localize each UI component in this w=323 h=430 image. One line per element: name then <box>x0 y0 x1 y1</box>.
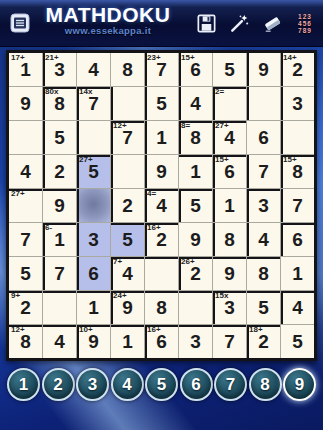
cell-value: 3 <box>190 331 201 353</box>
cell-value: 5 <box>20 263 31 285</box>
cell-8-7[interactable]: 18+2 <box>247 325 280 358</box>
cell-value: 9 <box>156 161 167 183</box>
cell-1-0[interactable]: 9 <box>9 87 42 120</box>
cage-label: 8= <box>181 121 190 130</box>
cell-value: 7 <box>224 331 235 353</box>
cell-6-0[interactable]: 5 <box>9 257 42 290</box>
cell-value: 9 <box>224 263 235 285</box>
cell-value: 4 <box>88 59 99 81</box>
num-button-3[interactable]: 3 <box>76 368 109 401</box>
cell-6-2[interactable]: 6 <box>77 257 110 290</box>
cell-5-4[interactable]: 16+2 <box>145 223 178 256</box>
cell-7-7[interactable]: 5 <box>247 291 280 324</box>
cell-value: 4 <box>258 229 269 251</box>
cell-7-0[interactable]: 9+2 <box>9 291 42 324</box>
cell-4-0[interactable]: 27+ <box>9 189 42 222</box>
cell-2-2[interactable] <box>77 121 110 154</box>
cell-value: 6 <box>292 229 303 251</box>
cell-value: 9 <box>190 229 201 251</box>
cage-label: 10+ <box>79 325 93 334</box>
cell-value: 1 <box>54 229 65 251</box>
cell-8-4[interactable]: 16+6 <box>145 325 178 358</box>
cell-3-1[interactable]: 2 <box>43 155 76 188</box>
cell-6-6[interactable]: 9 <box>213 257 246 290</box>
cell-8-0[interactable]: 12+8 <box>9 325 42 358</box>
num-button-5[interactable]: 5 <box>145 368 178 401</box>
cell-value: 1 <box>292 263 303 285</box>
cage-label: 9+ <box>11 291 20 300</box>
cage-label: 15+ <box>283 155 297 164</box>
cell-2-8[interactable] <box>281 121 314 154</box>
cell-6-4[interactable] <box>145 257 178 290</box>
cell-3-7[interactable]: 7 <box>247 155 280 188</box>
eraser-icon-glyph <box>261 12 284 35</box>
cage-label: 15x <box>215 291 228 300</box>
cell-value: 7 <box>258 161 269 183</box>
cell-3-8[interactable]: 15+8 <box>281 155 314 188</box>
cell-value: 8 <box>122 59 133 81</box>
cell-8-6[interactable]: 7 <box>213 325 246 358</box>
cell-value: 2 <box>54 161 65 183</box>
cell-4-2[interactable] <box>77 189 110 222</box>
app-window: MATHDOKU www.essekappa.it <box>0 0 323 430</box>
num-button-4[interactable]: 4 <box>111 368 144 401</box>
cell-1-2[interactable]: 14x7 <box>77 87 110 120</box>
save-icon[interactable] <box>193 10 219 36</box>
cell-value: 8 <box>258 263 269 285</box>
number-pad: 123456789 <box>7 368 316 401</box>
cell-4-6[interactable]: 1 <box>213 189 246 222</box>
cell-4-3[interactable]: 2 <box>111 189 144 222</box>
cell-value: 1 <box>190 161 201 183</box>
num-button-6[interactable]: 6 <box>180 368 213 401</box>
cell-1-5[interactable]: 4 <box>179 87 212 120</box>
cell-2-1[interactable]: 5 <box>43 121 76 154</box>
cell-5-6[interactable]: 8 <box>213 223 246 256</box>
cell-1-3[interactable] <box>111 87 144 120</box>
cell-4-8[interactable]: 7 <box>281 189 314 222</box>
cell-value: 4 <box>122 263 133 285</box>
cell-8-1[interactable]: 4 <box>43 325 76 358</box>
cell-value: 5 <box>224 59 235 81</box>
cage-label: 27+ <box>215 121 229 130</box>
cell-value: 4 <box>156 195 167 217</box>
cell-value: 2 <box>122 195 133 217</box>
numbers-icon-row3: 789 <box>298 27 312 34</box>
cell-4-1[interactable]: 9 <box>43 189 76 222</box>
title-block: MATHDOKU www.essekappa.it <box>40 3 176 36</box>
cell-7-2[interactable]: 1 <box>77 291 110 324</box>
cell-5-2[interactable]: 3 <box>77 223 110 256</box>
numbers-icon[interactable]: 123 456 789 <box>292 10 318 36</box>
cage-label: 18+ <box>249 325 263 334</box>
cell-1-1[interactable]: 80x8 <box>43 87 76 120</box>
cell-6-7[interactable]: 8 <box>247 257 280 290</box>
cage-label: 7+ <box>113 257 122 266</box>
numbers-icon-row2: 456 <box>298 20 312 27</box>
cell-2-6[interactable]: 27+4 <box>213 121 246 154</box>
cell-7-5[interactable] <box>179 291 212 324</box>
cell-0-6[interactable]: 5 <box>213 53 246 86</box>
cell-7-1[interactable] <box>43 291 76 324</box>
cell-value: 7 <box>54 263 65 285</box>
cage-label: 6- <box>45 223 52 232</box>
cell-0-5[interactable]: 15+6 <box>179 53 212 86</box>
cell-2-7[interactable]: 6 <box>247 121 280 154</box>
cage-label: 12+ <box>11 325 25 334</box>
cell-value: 6 <box>88 263 99 285</box>
cell-value: 7 <box>292 195 303 217</box>
cell-value: 1 <box>122 331 133 353</box>
cell-value: 8 <box>156 297 167 319</box>
eraser-icon[interactable] <box>259 10 285 36</box>
num-button-2[interactable]: 2 <box>42 368 75 401</box>
cell-5-0[interactable]: 7 <box>9 223 42 256</box>
cage-label: 16+ <box>147 325 161 334</box>
cell-1-8[interactable]: 3 <box>281 87 314 120</box>
cell-2-3[interactable]: 12+7 <box>111 121 144 154</box>
cell-value: 7 <box>20 229 31 251</box>
cell-value: 9 <box>54 195 65 217</box>
wand-icon[interactable] <box>226 10 252 36</box>
cage-label: 80x <box>45 87 58 96</box>
cell-value: 9 <box>258 59 269 81</box>
cell-value: 2 <box>20 297 31 319</box>
num-button-8[interactable]: 8 <box>249 368 282 401</box>
cell-3-2[interactable]: 27+5 <box>77 155 110 188</box>
cage-label: 16+ <box>147 223 161 232</box>
numbers-icon-row1: 123 <box>298 13 312 20</box>
puzzle-grid: 17+121+34823+715+65914+2980x814x7542=351… <box>6 50 317 361</box>
cell-value: 4 <box>20 161 31 183</box>
cage-label: 26+ <box>181 257 195 266</box>
cell-3-6[interactable]: 15+6 <box>213 155 246 188</box>
cell-0-2[interactable]: 4 <box>77 53 110 86</box>
cell-value: 5 <box>292 331 303 353</box>
cell-0-3[interactable]: 8 <box>111 53 144 86</box>
cell-6-5[interactable]: 26+2 <box>179 257 212 290</box>
header: MATHDOKU www.essekappa.it <box>0 0 323 47</box>
cage-label: 17+ <box>11 53 25 62</box>
cell-2-4[interactable]: 1 <box>145 121 178 154</box>
cell-8-2[interactable]: 10+9 <box>77 325 110 358</box>
cell-1-6[interactable]: 2= <box>213 87 246 120</box>
cell-4-4[interactable]: 4=4 <box>145 189 178 222</box>
cell-0-7[interactable]: 9 <box>247 53 280 86</box>
wand-icon-glyph <box>228 12 251 35</box>
cell-value: 8 <box>190 127 201 149</box>
cell-5-5[interactable]: 9 <box>179 223 212 256</box>
cell-2-5[interactable]: 8=8 <box>179 121 212 154</box>
cell-3-4[interactable]: 9 <box>145 155 178 188</box>
cell-0-4[interactable]: 23+7 <box>145 53 178 86</box>
cell-value: 3 <box>292 93 303 115</box>
cell-4-5[interactable]: 5 <box>179 189 212 222</box>
cell-5-1[interactable]: 6-1 <box>43 223 76 256</box>
cell-5-7[interactable]: 4 <box>247 223 280 256</box>
cage-label: 4= <box>147 189 156 198</box>
cell-6-1[interactable]: 7 <box>43 257 76 290</box>
cell-value: 8 <box>224 229 235 251</box>
cell-value: 1 <box>224 195 235 217</box>
cage-label: 21+ <box>45 53 59 62</box>
app-title: MATHDOKU <box>40 3 176 27</box>
cage-label: 27+ <box>11 189 25 198</box>
cell-5-3[interactable]: 5 <box>111 223 144 256</box>
cage-label: 14x <box>79 87 92 96</box>
cage-label: 15+ <box>215 155 229 164</box>
floppy-icon-glyph <box>195 12 218 35</box>
cell-7-6[interactable]: 15x3 <box>213 291 246 324</box>
cell-value: 5 <box>122 229 133 251</box>
cell-value: 6 <box>258 127 269 149</box>
cell-value: 5 <box>258 297 269 319</box>
num-button-9[interactable]: 9 <box>283 368 316 401</box>
toolbar: 123 456 789 <box>193 10 318 36</box>
cell-value: 4 <box>292 297 303 319</box>
num-button-1[interactable]: 1 <box>7 368 40 401</box>
cell-3-0[interactable]: 4 <box>9 155 42 188</box>
cell-value: 5 <box>54 127 65 149</box>
cell-0-0[interactable]: 17+1 <box>9 53 42 86</box>
cell-value: 5 <box>156 93 167 115</box>
cell-8-5[interactable]: 3 <box>179 325 212 358</box>
num-button-7[interactable]: 7 <box>214 368 247 401</box>
cell-1-4[interactable]: 5 <box>145 87 178 120</box>
cell-0-1[interactable]: 21+3 <box>43 53 76 86</box>
cage-label: 15+ <box>181 53 195 62</box>
cell-7-4[interactable]: 8 <box>145 291 178 324</box>
cell-1-7[interactable] <box>247 87 280 120</box>
cell-value: 9 <box>20 93 31 115</box>
cell-8-3[interactable]: 1 <box>111 325 144 358</box>
cell-6-8[interactable]: 1 <box>281 257 314 290</box>
cell-3-5[interactable]: 1 <box>179 155 212 188</box>
cell-value: 1 <box>88 297 99 319</box>
cell-7-3[interactable]: 24+9 <box>111 291 144 324</box>
cage-label: 24+ <box>113 291 127 300</box>
cage-label: 14+ <box>283 53 297 62</box>
cell-6-3[interactable]: 7+4 <box>111 257 144 290</box>
cell-4-7[interactable]: 3 <box>247 189 280 222</box>
menu-icon[interactable] <box>7 10 33 36</box>
cell-value: 4 <box>54 331 65 353</box>
notepad-icon-glyph <box>8 11 32 35</box>
cell-value: 3 <box>88 229 99 251</box>
cell-value: 1 <box>156 127 167 149</box>
cell-value: 3 <box>258 195 269 217</box>
cell-5-8[interactable]: 6 <box>281 223 314 256</box>
cage-label: 27+ <box>79 155 93 164</box>
cell-7-8[interactable]: 4 <box>281 291 314 324</box>
cage-label: 23+ <box>147 53 161 62</box>
cell-2-0[interactable] <box>9 121 42 154</box>
cage-label: 2= <box>215 87 224 96</box>
cell-0-8[interactable]: 14+2 <box>281 53 314 86</box>
cell-3-3[interactable] <box>111 155 144 188</box>
cell-value: 5 <box>190 195 201 217</box>
cage-label: 12+ <box>113 121 127 130</box>
cell-8-8[interactable]: 5 <box>281 325 314 358</box>
cell-value: 4 <box>190 93 201 115</box>
